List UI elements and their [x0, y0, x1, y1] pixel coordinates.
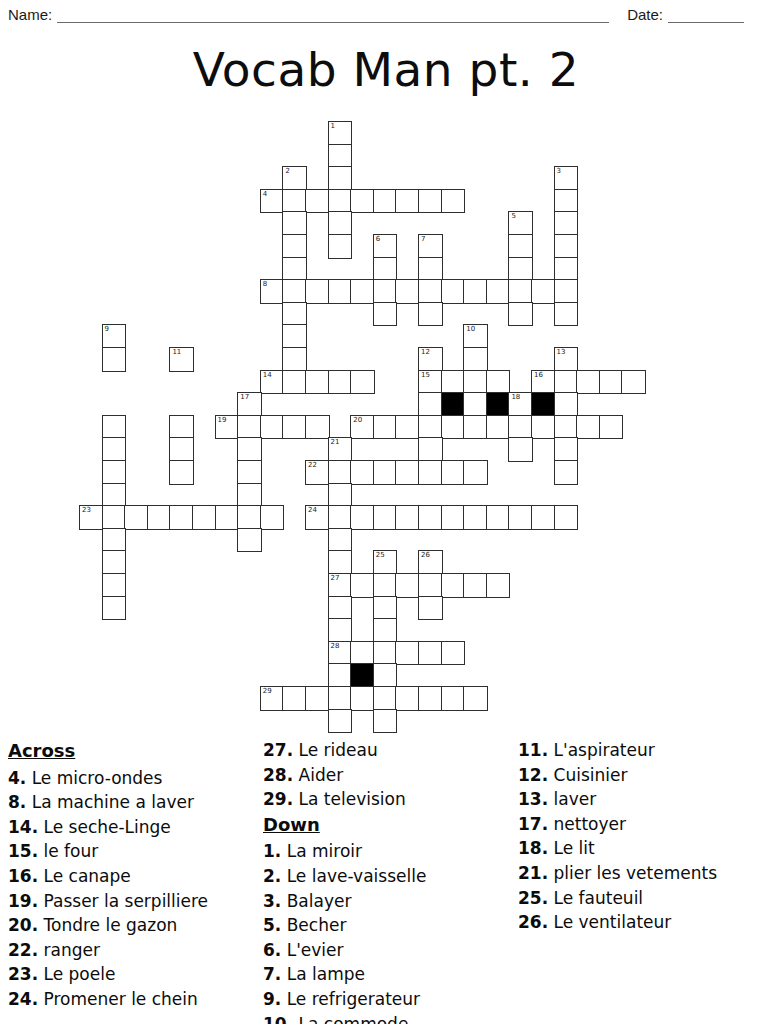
crossword-cell[interactable]: [419, 258, 442, 281]
crossword-cell[interactable]: [374, 597, 397, 620]
crossword-cell[interactable]: 27: [329, 574, 352, 597]
crossword-cell[interactable]: [442, 280, 465, 303]
clue-down-21: 21. plier les vetements: [518, 861, 768, 886]
crossword-cell[interactable]: [396, 687, 419, 710]
cell-number: 1: [331, 123, 335, 130]
crossword-cell[interactable]: 5: [509, 212, 532, 235]
crossword-cell[interactable]: [103, 438, 126, 461]
crossword-cell[interactable]: [509, 303, 532, 326]
crossword-cell[interactable]: [283, 325, 306, 348]
crossword-cell[interactable]: [283, 212, 306, 235]
cell-number: 12: [421, 349, 430, 356]
crossword-cell[interactable]: [329, 371, 352, 394]
crossword-cell[interactable]: [396, 280, 419, 303]
crossword-cell[interactable]: [351, 461, 374, 484]
crossword-cell[interactable]: [261, 416, 284, 439]
clue-across-8: 8. La machine a laver: [8, 790, 260, 815]
crossword-cell[interactable]: [555, 303, 578, 326]
crossword-cell[interactable]: [419, 687, 442, 710]
crossword-cell[interactable]: [148, 506, 171, 529]
crossword-cell[interactable]: [351, 506, 374, 529]
cell-number: 20: [353, 417, 362, 424]
clue-down-5: 5. Becher: [263, 913, 513, 938]
crossword-cell[interactable]: [170, 506, 193, 529]
crossword-cell[interactable]: 4: [261, 190, 284, 213]
crossword-cell[interactable]: [306, 280, 329, 303]
crossword-cell[interactable]: [351, 280, 374, 303]
clue-down-11: 11. L'aspirateur: [518, 738, 768, 763]
date-label: Date:: [627, 6, 663, 23]
crossword-cell[interactable]: [329, 212, 352, 235]
crossword-cell[interactable]: [555, 416, 578, 439]
crossword-cell[interactable]: [374, 574, 397, 597]
crossword-cell[interactable]: [509, 280, 532, 303]
crossword-cell[interactable]: [374, 280, 397, 303]
crossword-cell[interactable]: [464, 416, 487, 439]
crossword-cell[interactable]: 12: [419, 348, 442, 371]
crossword-cell[interactable]: [170, 461, 193, 484]
clue-across-27: 27. Le rideau: [263, 738, 513, 763]
crossword-cell[interactable]: [555, 506, 578, 529]
crossword-cell[interactable]: [464, 393, 487, 416]
crossword-cell[interactable]: [419, 461, 442, 484]
crossword-cell[interactable]: [238, 506, 261, 529]
clue-column-2: 27. Le rideau28. Aider29. La televisionD…: [263, 738, 513, 1024]
crossword-cell[interactable]: [555, 258, 578, 281]
crossword-cell[interactable]: [532, 416, 555, 439]
crossword-cell[interactable]: [464, 574, 487, 597]
crossword-cell[interactable]: [419, 190, 442, 213]
crossword-cell[interactable]: [329, 529, 352, 552]
crossword-cell[interactable]: [555, 371, 578, 394]
clue-across-24: 24. Promener le chein: [8, 987, 260, 1012]
crossword-cell[interactable]: [374, 619, 397, 642]
crossword-cell[interactable]: [374, 664, 397, 687]
crossword-cell[interactable]: 28: [329, 642, 352, 665]
crossword-cell[interactable]: [600, 371, 623, 394]
crossword-cell[interactable]: 19: [216, 416, 239, 439]
cell-number: 25: [376, 552, 385, 559]
clue-down-17: 17. nettoyer: [518, 812, 768, 837]
cell-number: 13: [557, 349, 566, 356]
crossword-cell[interactable]: [351, 687, 374, 710]
crossword-cell[interactable]: [532, 506, 555, 529]
clue-down-26: 26. Le ventilateur: [518, 910, 768, 935]
cell-number: 7: [421, 236, 425, 243]
crossword-cell[interactable]: 7: [419, 235, 442, 258]
crossword-cell[interactable]: [193, 506, 216, 529]
crossword-cell[interactable]: [329, 664, 352, 687]
crossword-cell[interactable]: [509, 438, 532, 461]
crossword-cell[interactable]: [103, 348, 126, 371]
black-cell: [442, 393, 465, 416]
name-input-line[interactable]: [57, 6, 609, 23]
crossword-cell[interactable]: 16: [532, 371, 555, 394]
cell-number: 3: [557, 168, 561, 175]
crossword-cell[interactable]: [396, 574, 419, 597]
crossword-cell[interactable]: 25: [374, 551, 397, 574]
crossword-cell[interactable]: [329, 710, 352, 733]
crossword-cell[interactable]: 13: [555, 348, 578, 371]
clue-across-14: 14. Le seche-Linge: [8, 815, 260, 840]
crossword-cell[interactable]: [103, 484, 126, 507]
crossword-cell[interactable]: [283, 280, 306, 303]
crossword-cell[interactable]: [306, 416, 329, 439]
crossword-cell[interactable]: [555, 235, 578, 258]
crossword-cell[interactable]: [306, 687, 329, 710]
crossword-cell[interactable]: [600, 416, 623, 439]
cell-number: 4: [263, 191, 267, 198]
crossword-cell[interactable]: [622, 371, 645, 394]
crossword-cell[interactable]: [487, 280, 510, 303]
crossword-cell[interactable]: [464, 371, 487, 394]
cell-number: 11: [172, 349, 181, 356]
clue-down-9: 9. Le refrigerateur: [263, 987, 513, 1012]
clue-across-19: 19. Passer la serpilliere: [8, 889, 260, 914]
crossword-cell[interactable]: [170, 416, 193, 439]
clue-across-15: 15. le four: [8, 839, 260, 864]
clue-down-18: 18. Le lit: [518, 836, 768, 861]
cell-number: 15: [421, 372, 430, 379]
crossword-cell[interactable]: 3: [555, 167, 578, 190]
clue-column-3: 11. L'aspirateur12. Cuisinier13. laver17…: [518, 738, 768, 935]
clue-column-1: Across4. Le micro-ondes8. La machine a l…: [8, 738, 260, 1012]
crossword-cell[interactable]: 1: [329, 122, 352, 145]
crossword-cell[interactable]: [419, 280, 442, 303]
clue-across-23: 23. Le poele: [8, 962, 260, 987]
crossword-cell[interactable]: [555, 212, 578, 235]
crossword-cell[interactable]: [329, 280, 352, 303]
crossword-cell[interactable]: 20: [351, 416, 374, 439]
crossword-cell[interactable]: [464, 348, 487, 371]
crossword-cell[interactable]: [464, 461, 487, 484]
crossword-cell[interactable]: 26: [419, 551, 442, 574]
clue-across-28: 28. Aider: [263, 763, 513, 788]
cell-number: 17: [240, 394, 249, 401]
crossword-cell[interactable]: [329, 551, 352, 574]
crossword-cell[interactable]: [306, 371, 329, 394]
cell-number: 22: [308, 462, 317, 469]
clue-down-2: 2. Le lave-vaisselle: [263, 864, 513, 889]
crossword-cell[interactable]: 6: [374, 235, 397, 258]
cell-number: 29: [263, 688, 272, 695]
crossword-cell[interactable]: [283, 348, 306, 371]
crossword-cell[interactable]: 22: [306, 461, 329, 484]
crossword-cell[interactable]: [329, 597, 352, 620]
crossword-cell[interactable]: [329, 687, 352, 710]
cell-number: 6: [376, 236, 380, 243]
crossword-cell[interactable]: [238, 529, 261, 552]
black-cell: [487, 393, 510, 416]
crossword-cell[interactable]: [396, 506, 419, 529]
cell-number: 9: [105, 326, 109, 333]
crossword-cell[interactable]: [532, 280, 555, 303]
crossword-cell[interactable]: [419, 642, 442, 665]
cell-number: 2: [285, 168, 289, 175]
crossword-cell[interactable]: [238, 461, 261, 484]
crossword-cell[interactable]: [374, 461, 397, 484]
clue-down-25: 25. Le fauteuil: [518, 886, 768, 911]
down-header: Down: [263, 813, 513, 838]
crossword-cell[interactable]: [103, 597, 126, 620]
crossword-cell[interactable]: [487, 416, 510, 439]
crossword-cell[interactable]: [577, 416, 600, 439]
name-label: Name:: [8, 6, 52, 23]
crossword-cell[interactable]: [442, 371, 465, 394]
crossword-cell[interactable]: [442, 416, 465, 439]
crossword-cell[interactable]: [103, 461, 126, 484]
crossword-cell[interactable]: [103, 506, 126, 529]
clue-down-7: 7. La lampe: [263, 962, 513, 987]
crossword-cell[interactable]: [374, 190, 397, 213]
crossword-grid: 1234567891011121314151617181920212223242…: [80, 122, 645, 732]
crossword-cell[interactable]: [103, 551, 126, 574]
clue-across-16: 16. Le canape: [8, 864, 260, 889]
crossword-cell[interactable]: [555, 461, 578, 484]
crossword-cell[interactable]: [329, 461, 352, 484]
crossword-cell[interactable]: [374, 258, 397, 281]
clue-down-12: 12. Cuisinier: [518, 763, 768, 788]
crossword-cell[interactable]: [555, 280, 578, 303]
crossword-cell[interactable]: [509, 506, 532, 529]
crossword-cell[interactable]: [329, 506, 352, 529]
crossword-cell[interactable]: [464, 506, 487, 529]
clue-across-22: 22. ranger: [8, 938, 260, 963]
crossword-cell[interactable]: [125, 506, 148, 529]
cell-number: 24: [308, 507, 317, 514]
cell-number: 16: [534, 372, 543, 379]
black-cell: [532, 393, 555, 416]
crossword-cell[interactable]: [374, 303, 397, 326]
crossword-cell[interactable]: 29: [261, 687, 284, 710]
crossword-cell[interactable]: [329, 484, 352, 507]
crossword-cell[interactable]: 8: [261, 280, 284, 303]
cell-number: 19: [218, 417, 227, 424]
crossword-cell[interactable]: [396, 461, 419, 484]
crossword-cell[interactable]: [238, 416, 261, 439]
cell-number: 8: [263, 281, 267, 288]
crossword-cell[interactable]: [419, 574, 442, 597]
crossword-cell[interactable]: [555, 438, 578, 461]
crossword-cell[interactable]: [442, 574, 465, 597]
crossword-cell[interactable]: 18: [509, 393, 532, 416]
cell-number: 18: [511, 394, 520, 401]
crossword-cell[interactable]: [283, 235, 306, 258]
crossword-cell[interactable]: [509, 416, 532, 439]
crossword-cell[interactable]: [329, 619, 352, 642]
crossword-cell[interactable]: [283, 190, 306, 213]
clue-down-13: 13. laver: [518, 787, 768, 812]
crossword-cell[interactable]: [351, 574, 374, 597]
worksheet-page: Name: Date: Vocab Man pt. 2 123456789101…: [0, 0, 772, 1024]
crossword-cell[interactable]: [396, 642, 419, 665]
crossword-cell[interactable]: [374, 416, 397, 439]
clue-down-3: 3. Balayer: [263, 889, 513, 914]
crossword-cell[interactable]: [283, 258, 306, 281]
crossword-cell[interactable]: [577, 371, 600, 394]
crossword-cell[interactable]: [261, 506, 284, 529]
crossword-cell[interactable]: [442, 461, 465, 484]
crossword-cell[interactable]: [374, 710, 397, 733]
page-title: Vocab Man pt. 2: [0, 42, 772, 97]
crossword-cell[interactable]: [555, 190, 578, 213]
crossword-cell[interactable]: [442, 687, 465, 710]
crossword-cell[interactable]: [170, 438, 193, 461]
crossword-cell[interactable]: 11: [170, 348, 193, 371]
crossword-cell[interactable]: [487, 506, 510, 529]
crossword-cell[interactable]: [374, 642, 397, 665]
crossword-cell[interactable]: [419, 303, 442, 326]
crossword-cell[interactable]: [419, 506, 442, 529]
black-cell: [351, 664, 374, 687]
name-date-row: Name: Date:: [8, 6, 744, 23]
cell-number: 27: [331, 575, 340, 582]
crossword-cell[interactable]: [509, 235, 532, 258]
crossword-cell[interactable]: [216, 506, 239, 529]
crossword-cell[interactable]: 9: [103, 325, 126, 348]
crossword-cell[interactable]: 23: [80, 506, 103, 529]
crossword-cell[interactable]: [103, 574, 126, 597]
crossword-cell[interactable]: 10: [464, 325, 487, 348]
crossword-cell[interactable]: [283, 371, 306, 394]
crossword-cell[interactable]: [419, 416, 442, 439]
crossword-cell[interactable]: 21: [329, 438, 352, 461]
across-header: Across: [8, 739, 260, 764]
crossword-cell[interactable]: [351, 190, 374, 213]
crossword-cell[interactable]: [283, 416, 306, 439]
crossword-cell[interactable]: [555, 393, 578, 416]
cell-number: 26: [421, 552, 430, 559]
cell-number: 5: [511, 213, 515, 220]
crossword-cell[interactable]: [509, 258, 532, 281]
cell-number: 28: [331, 643, 340, 650]
crossword-cell[interactable]: [487, 371, 510, 394]
crossword-cell[interactable]: [103, 416, 126, 439]
clue-across-20: 20. Tondre le gazon: [8, 913, 260, 938]
crossword-cell[interactable]: [464, 687, 487, 710]
crossword-cell[interactable]: 2: [283, 167, 306, 190]
crossword-cell[interactable]: [329, 190, 352, 213]
crossword-cell[interactable]: [487, 574, 510, 597]
crossword-cell[interactable]: [396, 190, 419, 213]
crossword-cell[interactable]: [103, 529, 126, 552]
crossword-cell[interactable]: [419, 393, 442, 416]
crossword-cell[interactable]: [306, 190, 329, 213]
crossword-cell[interactable]: [351, 642, 374, 665]
crossword-cell[interactable]: [419, 597, 442, 620]
clue-down-1: 1. La miroir: [263, 839, 513, 864]
crossword-cell[interactable]: [419, 438, 442, 461]
crossword-cell[interactable]: [283, 687, 306, 710]
cell-number: 21: [331, 439, 340, 446]
crossword-cell[interactable]: [351, 371, 374, 394]
crossword-cell[interactable]: 14: [261, 371, 284, 394]
crossword-cell[interactable]: [238, 438, 261, 461]
crossword-cell[interactable]: [374, 687, 397, 710]
crossword-cell[interactable]: [329, 145, 352, 168]
cell-number: 14: [263, 372, 272, 379]
crossword-cell[interactable]: 17: [238, 393, 261, 416]
clue-down-6: 6. L'evier: [263, 938, 513, 963]
crossword-cell[interactable]: [329, 167, 352, 190]
cell-number: 10: [466, 326, 475, 333]
clue-across-4: 4. Le micro-ondes: [8, 766, 260, 791]
clue-down-10: 10. La commode: [263, 1012, 513, 1024]
crossword-cell[interactable]: 15: [419, 371, 442, 394]
crossword-cell[interactable]: [283, 303, 306, 326]
date-input-line[interactable]: [668, 6, 744, 23]
crossword-cell[interactable]: [442, 642, 465, 665]
crossword-cell[interactable]: [396, 416, 419, 439]
crossword-cell[interactable]: [238, 484, 261, 507]
crossword-cell[interactable]: [442, 506, 465, 529]
crossword-cell[interactable]: 24: [306, 506, 329, 529]
cell-number: 23: [82, 507, 91, 514]
crossword-cell[interactable]: [442, 190, 465, 213]
clue-across-29: 29. La television: [263, 787, 513, 812]
crossword-cell[interactable]: [374, 506, 397, 529]
crossword-cell[interactable]: [329, 235, 352, 258]
crossword-cell[interactable]: [464, 280, 487, 303]
